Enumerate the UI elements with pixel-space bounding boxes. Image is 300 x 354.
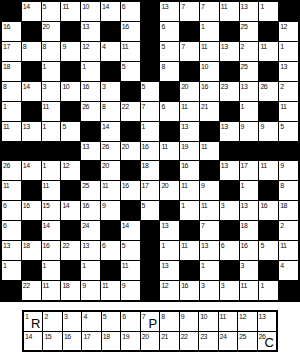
grid-cell-r8c9[interactable]: 16 — [180, 161, 199, 180]
cell-code-number: 18 — [241, 221, 248, 230]
grid-cell-r3c8[interactable]: 8 — [160, 62, 179, 81]
grid-cell-r8c7[interactable]: 18 — [141, 161, 160, 180]
key-code-number: 2 — [44, 312, 47, 321]
grid-cell-r12c9[interactable]: 11 — [180, 241, 199, 260]
cell-code-number: 18 — [62, 281, 69, 290]
grid-cell-r1c14[interactable]: 12 — [279, 22, 298, 41]
grid-cell-r10c10[interactable]: 11 — [200, 201, 219, 220]
key-cell-12[interactable]: 12 — [238, 312, 256, 331]
grid-cell-r6c12[interactable]: 9 — [240, 122, 259, 141]
grid-cell-r0c11[interactable]: 11 — [220, 2, 239, 21]
grid-cell-r8c11[interactable]: 13 — [220, 161, 239, 180]
grid-cell-r10c4[interactable]: 16 — [81, 201, 100, 220]
cell-code-number: 3 — [201, 281, 204, 290]
cell-code-number: 5 — [62, 122, 65, 131]
cell-code-number: 11 — [241, 281, 247, 290]
grid-cell-r5c8[interactable]: 6 — [160, 102, 179, 121]
grid-cell-r1c2[interactable]: 20 — [42, 22, 61, 41]
black-cell — [220, 221, 239, 240]
cell-code-number: 1 — [43, 62, 46, 71]
grid-cell-r4c7[interactable]: 5 — [141, 82, 160, 101]
cell-code-number: 9 — [82, 281, 85, 290]
grid-cell-r0c13[interactable]: 1 — [259, 2, 278, 21]
cell-code-number: 23 — [221, 82, 228, 91]
grid-cell-r13c10[interactable]: 1 — [200, 261, 219, 280]
black-cell — [200, 161, 219, 180]
grid-cell-r4c4[interactable]: 16 — [81, 82, 100, 101]
grid-cell-r8c12[interactable]: 17 — [240, 161, 259, 180]
grid-cell-r12c1[interactable]: 18 — [22, 241, 41, 260]
key-code-number: 1 — [25, 312, 28, 321]
grid-cell-r8c14[interactable]: 9 — [279, 161, 298, 180]
cell-code-number: 18 — [142, 161, 149, 170]
grid-cell-r5c0[interactable]: 1 — [2, 102, 21, 121]
key-cell-16[interactable]: 16 — [63, 332, 81, 351]
grid-cell-r9c8[interactable]: 20 — [160, 181, 179, 200]
key-code-number: 19 — [122, 332, 129, 341]
grid-cell-r2c2[interactable]: 8 — [42, 42, 61, 61]
grid-cell-r1c0[interactable]: 16 — [2, 22, 21, 41]
grid-cell-r5c4[interactable]: 26 — [81, 102, 100, 121]
cell-code-number: 11 — [201, 142, 207, 151]
grid-cell-r10c2[interactable]: 15 — [42, 201, 61, 220]
cell-code-number: 16 — [122, 22, 129, 31]
grid-cell-r9c10[interactable]: 9 — [200, 181, 219, 200]
grid-cell-r7c7[interactable]: 16 — [141, 142, 160, 161]
grid-cell-r0c2[interactable]: 5 — [42, 2, 61, 21]
cell-code-number: 14 — [102, 122, 109, 131]
grid-cell-r14c6[interactable]: 9 — [121, 281, 140, 300]
grid-cell-r3c0[interactable]: 18 — [2, 62, 21, 81]
cell-code-number: 13 — [280, 62, 287, 71]
grid-cell-r12c2[interactable]: 16 — [42, 241, 61, 260]
grid-cell-r5c7[interactable]: 7 — [141, 102, 160, 121]
grid-cell-r9c7[interactable]: 17 — [141, 181, 160, 200]
black-cell — [61, 102, 80, 121]
black-cell — [141, 261, 160, 280]
black-cell — [101, 261, 120, 280]
grid-cell-r14c3[interactable]: 18 — [61, 281, 80, 300]
cell-code-number: 14 — [62, 201, 69, 210]
grid-cell-r13c0[interactable]: 1 — [2, 261, 21, 280]
grid-cell-r2c5[interactable]: 4 — [101, 42, 120, 61]
key-cell-11[interactable]: 11 — [219, 312, 237, 331]
grid-cell-r6c1[interactable]: 13 — [22, 122, 41, 141]
grid-cell-r1c12[interactable]: 25 — [240, 22, 259, 41]
grid-cell-r3c10[interactable]: 10 — [200, 62, 219, 81]
cell-code-number: 8 — [280, 181, 283, 190]
key-cell-21[interactable]: 21 — [160, 332, 178, 351]
key-code-number: 20 — [142, 332, 149, 341]
grid-cell-r13c6[interactable]: 11 — [121, 261, 140, 280]
cell-code-number: 2 — [280, 221, 283, 230]
key-cell-24[interactable]: 24 — [219, 332, 237, 351]
key-cell-20[interactable]: 20 — [141, 332, 159, 351]
cell-code-number: 16 — [23, 201, 30, 210]
black-cell — [240, 142, 259, 161]
black-cell — [2, 142, 21, 161]
grid-cell-r7c9[interactable]: 19 — [180, 142, 199, 161]
grid-cell-r10c9[interactable]: 1 — [180, 201, 199, 220]
black-cell — [259, 102, 278, 121]
grid-cell-r14c9[interactable]: 16 — [180, 281, 199, 300]
grid-cell-r2c9[interactable]: 7 — [180, 42, 199, 61]
key-code-number: 15 — [44, 332, 51, 341]
cell-code-number: 19 — [181, 142, 188, 151]
grid-cell-r4c5[interactable]: 3 — [101, 82, 120, 101]
black-cell — [160, 161, 179, 180]
grid-cell-r12c4[interactable]: 13 — [81, 241, 100, 260]
cell-code-number: 1 — [3, 261, 6, 270]
cell-code-number: 16 — [201, 82, 208, 91]
grid-cell-r12c8[interactable]: 1 — [160, 241, 179, 260]
cell-code-number: 5 — [280, 122, 283, 131]
key-code-number: 22 — [181, 332, 188, 341]
cell-code-number: 18 — [3, 62, 10, 71]
black-cell — [61, 261, 80, 280]
cell-code-number: 7 — [181, 2, 184, 11]
key-cell-2[interactable]: 2 — [43, 312, 61, 331]
grid-cell-r10c7[interactable]: 5 — [141, 201, 160, 220]
grid-cell-r0c6[interactable]: 6 — [121, 2, 140, 21]
cell-code-number: 26 — [260, 82, 267, 91]
grid-cell-r10c5[interactable]: 9 — [101, 201, 120, 220]
grid-cell-r4c13[interactable]: 26 — [259, 82, 278, 101]
key-code-number: 12 — [239, 312, 246, 321]
key-code-number: 14 — [25, 332, 32, 341]
cell-code-number: 11 — [201, 42, 207, 51]
grid-cell-r0c12[interactable]: 13 — [240, 2, 259, 21]
cell-code-number: 8 — [161, 62, 164, 71]
grid-cell-r6c2[interactable]: 1 — [42, 122, 61, 141]
cell-code-number: 11 — [260, 161, 266, 170]
cell-code-number: 16 — [122, 181, 129, 190]
key-code-number: 11 — [220, 312, 226, 321]
cell-code-number: 1 — [161, 241, 164, 250]
grid-cell-r8c3[interactable]: 12 — [61, 161, 80, 180]
grid-cell-r2c10[interactable]: 11 — [200, 42, 219, 61]
cell-code-number: 11 — [221, 2, 227, 11]
key-cell-18[interactable]: 18 — [102, 332, 120, 351]
grid-cell-r0c9[interactable]: 7 — [180, 2, 199, 21]
black-cell — [121, 201, 140, 220]
grid-cell-r9c14[interactable]: 8 — [279, 181, 298, 200]
key-cell-7[interactable]: 7P — [141, 312, 159, 331]
black-cell — [22, 261, 41, 280]
black-cell — [259, 62, 278, 81]
black-cell — [180, 62, 199, 81]
cell-code-number: 11 — [181, 102, 187, 111]
cell-code-number: 20 — [43, 22, 50, 31]
grid-cell-r8c5[interactable]: 20 — [101, 161, 120, 180]
grid-cell-r14c1[interactable]: 22 — [22, 281, 41, 300]
key-cell-25[interactable]: 25 — [238, 332, 256, 351]
grid-cell-r3c2[interactable]: 1 — [42, 62, 61, 81]
black-cell — [61, 181, 80, 200]
cell-code-number: 3 — [241, 261, 244, 270]
cell-code-number: 24 — [82, 221, 89, 230]
grid-cell-r12c3[interactable]: 22 — [61, 241, 80, 260]
grid-cell-r13c14[interactable]: 4 — [279, 261, 298, 280]
cell-code-number: 9 — [241, 122, 244, 131]
cell-code-number: 11 — [122, 42, 128, 51]
cell-code-number: 17 — [142, 181, 149, 190]
cell-code-number: 10 — [201, 62, 208, 71]
grid-cell-r14c12[interactable]: 11 — [240, 281, 259, 300]
cell-code-number: 22 — [122, 102, 129, 111]
grid-cell-r12c10[interactable]: 13 — [200, 241, 219, 260]
grid-cell-r13c2[interactable]: 1 — [42, 261, 61, 280]
grid-cell-r0c5[interactable]: 14 — [101, 2, 120, 21]
grid-cell-r11c2[interactable]: 14 — [42, 221, 61, 240]
grid-cell-r4c0[interactable]: 8 — [2, 82, 21, 101]
grid-cell-r13c8[interactable]: 13 — [160, 261, 179, 280]
key-cell-14[interactable]: 14 — [24, 332, 42, 351]
grid-cell-r5c12[interactable]: 1 — [240, 102, 259, 121]
cell-code-number: 11 — [102, 281, 108, 290]
grid-cell-r3c4[interactable]: 1 — [81, 62, 100, 81]
key-cell-9[interactable]: 9 — [180, 312, 198, 331]
grid-cell-r1c4[interactable]: 13 — [81, 22, 100, 41]
grid-cell-r0c1[interactable]: 14 — [22, 2, 41, 21]
grid-cell-r2c12[interactable]: 2 — [240, 42, 259, 61]
grid-cell-r5c6[interactable]: 22 — [121, 102, 140, 121]
cell-code-number: 7 — [181, 42, 184, 51]
grid-cell-r11c12[interactable]: 18 — [240, 221, 259, 240]
grid-cell-r9c2[interactable]: 11 — [42, 181, 61, 200]
grid-cell-r7c8[interactable]: 11 — [160, 142, 179, 161]
grid-cell-r11c0[interactable]: 6 — [2, 221, 21, 240]
cell-code-number: 11 — [280, 102, 286, 111]
grid-cell-r4c11[interactable]: 23 — [220, 82, 239, 101]
grid-cell-r4c10[interactable]: 16 — [200, 82, 219, 101]
grid-cell-r14c11[interactable]: 3 — [220, 281, 239, 300]
grid-cell-r11c10[interactable]: 7 — [200, 221, 219, 240]
cell-code-number: 7 — [142, 102, 145, 111]
cell-code-number: 1 — [181, 201, 184, 210]
black-cell — [180, 22, 199, 41]
grid-cell-r10c0[interactable]: 6 — [2, 201, 21, 220]
cell-code-number: 13 — [201, 241, 208, 250]
key-cell-4[interactable]: 4 — [82, 312, 100, 331]
black-cell — [61, 62, 80, 81]
grid-cell-r5c10[interactable]: 21 — [200, 102, 219, 121]
cell-code-number: 7 — [201, 2, 204, 11]
grid-cell-r2c1[interactable]: 8 — [22, 42, 41, 61]
key-cell-22[interactable]: 22 — [180, 332, 198, 351]
grid-cell-r11c14[interactable]: 2 — [279, 221, 298, 240]
black-cell — [180, 261, 199, 280]
grid-cell-r2c4[interactable]: 12 — [81, 42, 100, 61]
black-cell — [160, 82, 179, 101]
codeword-grid: 1451110146137711131162013166125121788912… — [0, 0, 300, 302]
key-cell-6[interactable]: 6 — [121, 312, 139, 331]
cell-code-number: 1 — [142, 122, 145, 131]
grid-cell-r2c3[interactable]: 9 — [61, 42, 80, 61]
cell-code-number: 17 — [241, 161, 248, 170]
grid-cell-r5c2[interactable]: 11 — [42, 102, 61, 121]
black-cell — [259, 261, 278, 280]
black-cell — [61, 142, 80, 161]
key-cell-3[interactable]: 3 — [63, 312, 81, 331]
grid-cell-r8c2[interactable]: 1 — [42, 161, 61, 180]
cell-code-number: 13 — [221, 122, 228, 131]
grid-cell-r0c10[interactable]: 7 — [200, 2, 219, 21]
grid-cell-r0c8[interactable]: 13 — [160, 2, 179, 21]
cell-code-number: 13 — [3, 241, 10, 250]
black-cell — [42, 142, 61, 161]
grid-cell-r4c1[interactable]: 14 — [22, 82, 41, 101]
grid-cell-r5c5[interactable]: 8 — [101, 102, 120, 121]
grid-cell-r2c13[interactable]: 11 — [259, 42, 278, 61]
grid-cell-r9c0[interactable]: 11 — [2, 181, 21, 200]
cell-code-number: 1 — [3, 102, 6, 111]
grid-cell-r7c5[interactable]: 26 — [101, 142, 120, 161]
key-cell-8[interactable]: 8 — [160, 312, 178, 331]
key-cell-1[interactable]: 1R — [24, 312, 42, 331]
cell-code-number: 11 — [3, 181, 9, 190]
grid-cell-r12c13[interactable]: 5 — [259, 241, 278, 260]
cell-code-number: 14 — [102, 2, 109, 11]
key-cell-26[interactable]: 26C — [258, 332, 276, 351]
grid-cell-r10c11[interactable]: 3 — [220, 201, 239, 220]
cell-code-number: 18 — [23, 241, 30, 250]
grid-cell-r3c12[interactable]: 25 — [240, 62, 259, 81]
grid-cell-r4c2[interactable]: 3 — [42, 82, 61, 101]
key-cell-19[interactable]: 19 — [121, 332, 139, 351]
grid-cell-r2c8[interactable]: 5 — [160, 42, 179, 61]
black-cell — [279, 2, 298, 21]
grid-cell-r10c3[interactable]: 14 — [61, 201, 80, 220]
cell-code-number: 11 — [122, 261, 128, 270]
grid-cell-r6c9[interactable]: 13 — [180, 122, 199, 141]
black-cell — [220, 22, 239, 41]
grid-cell-r13c4[interactable]: 1 — [81, 261, 100, 280]
grid-cell-r12c12[interactable]: 16 — [240, 241, 259, 260]
key-letter: R — [31, 317, 40, 331]
cell-code-number: 16 — [260, 201, 267, 210]
grid-cell-r6c11[interactable]: 13 — [220, 122, 239, 141]
grid-cell-r12c6[interactable]: 5 — [121, 241, 140, 260]
grid-cell-r6c0[interactable]: 11 — [2, 122, 21, 141]
grid-cell-r10c1[interactable]: 16 — [22, 201, 41, 220]
grid-cell-r14c13[interactable]: 1 — [259, 281, 278, 300]
cell-code-number: 11 — [181, 241, 187, 250]
grid-cell-r7c10[interactable]: 11 — [200, 142, 219, 161]
grid-cell-r1c6[interactable]: 16 — [121, 22, 140, 41]
key-cell-17[interactable]: 17 — [82, 332, 100, 351]
grid-cell-r11c8[interactable]: 13 — [160, 221, 179, 240]
cell-code-number: 5 — [260, 241, 263, 250]
grid-cell-r6c7[interactable]: 1 — [141, 122, 160, 141]
grid-cell-r14c10[interactable]: 3 — [200, 281, 219, 300]
grid-cell-r8c13[interactable]: 11 — [259, 161, 278, 180]
key-cell-15[interactable]: 15 — [43, 332, 61, 351]
grid-cell-r1c8[interactable]: 6 — [160, 22, 179, 41]
grid-cell-r4c3[interactable]: 10 — [61, 82, 80, 101]
cell-code-number: 11 — [181, 181, 187, 190]
key-cell-13[interactable]: 13 — [258, 312, 276, 331]
key-code-number: 24 — [220, 332, 227, 341]
grid-cell-r9c9[interactable]: 11 — [180, 181, 199, 200]
grid-cell-r10c14[interactable]: 18 — [279, 201, 298, 220]
grid-cell-r2c11[interactable]: 13 — [220, 42, 239, 61]
cell-code-number: 5 — [122, 62, 125, 71]
grid-cell-r2c6[interactable]: 11 — [121, 42, 140, 61]
cell-code-number: 15 — [43, 201, 50, 210]
key-cell-10[interactable]: 10 — [199, 312, 217, 331]
grid-cell-r14c4[interactable]: 9 — [81, 281, 100, 300]
grid-cell-r14c5[interactable]: 11 — [101, 281, 120, 300]
grid-cell-r0c3[interactable]: 11 — [61, 2, 80, 21]
grid-cell-r11c6[interactable]: 14 — [121, 221, 140, 240]
grid-cell-r9c12[interactable]: 1 — [240, 181, 259, 200]
grid-cell-r1c10[interactable]: 1 — [200, 22, 219, 41]
grid-cell-r6c14[interactable]: 5 — [279, 122, 298, 141]
grid-cell-r6c5[interactable]: 14 — [101, 122, 120, 141]
cell-code-number: 9 — [102, 201, 105, 210]
grid-cell-r2c14[interactable]: 1 — [279, 42, 298, 61]
cell-code-number: 4 — [280, 261, 283, 270]
grid-cell-r9c5[interactable]: 11 — [101, 181, 120, 200]
grid-cell-r0c4[interactable]: 10 — [81, 2, 100, 21]
grid-cell-r8c0[interactable]: 26 — [2, 161, 21, 180]
cell-code-number: 1 — [241, 102, 244, 111]
grid-cell-r6c13[interactable]: 9 — [259, 122, 278, 141]
grid-cell-r5c14[interactable]: 11 — [279, 102, 298, 121]
key-code-number: 7 — [142, 312, 145, 321]
grid-cell-r8c1[interactable]: 14 — [22, 161, 41, 180]
cell-code-number: 20 — [122, 142, 129, 151]
grid-cell-r12c14[interactable]: 11 — [279, 241, 298, 260]
grid-cell-r5c9[interactable]: 11 — [180, 102, 199, 121]
grid-cell-r3c6[interactable]: 5 — [121, 62, 140, 81]
key-cell-5[interactable]: 5 — [102, 312, 120, 331]
grid-cell-r3c14[interactable]: 13 — [279, 62, 298, 81]
grid-cell-r10c12[interactable]: 13 — [240, 201, 259, 220]
grid-cell-r9c6[interactable]: 16 — [121, 181, 140, 200]
cell-code-number: 16 — [241, 241, 248, 250]
grid-cell-r14c8[interactable]: 12 — [160, 281, 179, 300]
grid-cell-r11c4[interactable]: 24 — [81, 221, 100, 240]
grid-cell-r9c4[interactable]: 25 — [81, 181, 100, 200]
cell-code-number: 18 — [280, 201, 287, 210]
cell-code-number: 16 — [181, 161, 188, 170]
grid-cell-r2c0[interactable]: 17 — [2, 42, 21, 61]
grid-cell-r12c0[interactable]: 13 — [2, 241, 21, 260]
key-cell-23[interactable]: 23 — [199, 332, 217, 351]
cell-code-number: 11 — [43, 281, 49, 290]
grid-cell-r13c12[interactable]: 3 — [240, 261, 259, 280]
grid-cell-r7c4[interactable]: 13 — [81, 142, 100, 161]
key-letter: P — [149, 317, 158, 331]
grid-cell-r12c11[interactable]: 6 — [220, 241, 239, 260]
cell-code-number: 5 — [142, 201, 145, 210]
grid-cell-r4c9[interactable]: 20 — [180, 82, 199, 101]
grid-cell-r7c6[interactable]: 20 — [121, 142, 140, 161]
grid-cell-r4c14[interactable]: 2 — [279, 82, 298, 101]
grid-cell-r6c3[interactable]: 5 — [61, 122, 80, 141]
grid-cell-r12c5[interactable]: 6 — [101, 241, 120, 260]
black-cell — [220, 261, 239, 280]
black-cell — [101, 221, 120, 240]
key-code-number: 21 — [161, 332, 168, 341]
grid-cell-r14c2[interactable]: 11 — [42, 281, 61, 300]
grid-cell-r10c13[interactable]: 16 — [259, 201, 278, 220]
grid-cell-r4c12[interactable]: 13 — [240, 82, 259, 101]
black-cell — [81, 161, 100, 180]
cell-code-number: 9 — [122, 281, 125, 290]
